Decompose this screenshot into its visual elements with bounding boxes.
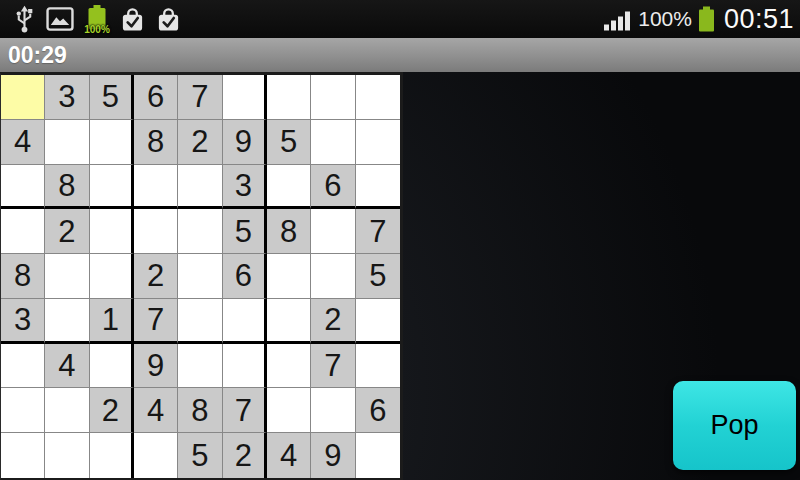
sudoku-cell-r8c7[interactable]: [267, 388, 311, 433]
sudoku-cell-r9c9[interactable]: [356, 433, 400, 478]
sudoku-cell-r6c6[interactable]: [223, 299, 267, 344]
sudoku-cell-r8c3[interactable]: 2: [90, 388, 134, 433]
sudoku-cell-r3c6[interactable]: 3: [223, 165, 267, 210]
screen: 100% 100%: [0, 0, 800, 480]
game-area: 356748295836258782653172497248765249 Pop: [0, 72, 800, 480]
sudoku-cell-r3c9[interactable]: [356, 165, 400, 210]
sudoku-cell-r7c9[interactable]: [356, 344, 400, 389]
battery-percent-text: 100%: [638, 7, 692, 31]
sudoku-cell-r2c4[interactable]: 8: [134, 120, 178, 165]
sudoku-cell-r6c4[interactable]: 7: [134, 299, 178, 344]
sudoku-cell-r7c6[interactable]: [223, 344, 267, 389]
sudoku-cell-r1c2[interactable]: 3: [45, 75, 89, 120]
sudoku-cell-r9c2[interactable]: [45, 433, 89, 478]
sudoku-cell-r2c6[interactable]: 9: [223, 120, 267, 165]
sudoku-cell-r2c7[interactable]: 5: [267, 120, 311, 165]
sudoku-cell-r5c1[interactable]: 8: [1, 254, 45, 299]
sudoku-cell-r6c3[interactable]: 1: [90, 299, 134, 344]
sudoku-cell-r9c3[interactable]: [90, 433, 134, 478]
sudoku-cell-r4c7[interactable]: 8: [267, 209, 311, 254]
sudoku-cell-r2c5[interactable]: 2: [178, 120, 222, 165]
bag-check-icon: [120, 6, 145, 32]
sudoku-cell-r3c1[interactable]: [1, 165, 45, 210]
gallery-icon: [46, 7, 74, 31]
battery-charging-icon: 100%: [85, 4, 109, 34]
sudoku-cell-r4c8[interactable]: [311, 209, 355, 254]
status-right-cluster: 100% 00:51: [604, 4, 794, 35]
timer-bar: 00:29: [0, 38, 800, 72]
sudoku-cell-r9c7[interactable]: 4: [267, 433, 311, 478]
sudoku-cell-r3c4[interactable]: [134, 165, 178, 210]
sudoku-cell-r1c7[interactable]: [267, 75, 311, 120]
sudoku-cell-r4c4[interactable]: [134, 209, 178, 254]
sudoku-cell-r4c2[interactable]: 2: [45, 209, 89, 254]
usb-icon: [14, 5, 35, 34]
sudoku-cell-r6c5[interactable]: [178, 299, 222, 344]
sudoku-cell-r1c1[interactable]: [1, 75, 45, 120]
sudoku-cell-r8c8[interactable]: [311, 388, 355, 433]
notification-icons: 100%: [14, 0, 181, 38]
sudoku-cell-r3c5[interactable]: [178, 165, 222, 210]
pop-button[interactable]: Pop: [673, 381, 796, 470]
sudoku-cell-r1c9[interactable]: [356, 75, 400, 120]
sudoku-cell-r2c9[interactable]: [356, 120, 400, 165]
sudoku-cell-r7c2[interactable]: 4: [45, 344, 89, 389]
sudoku-cell-r2c2[interactable]: [45, 120, 89, 165]
sudoku-cell-r7c5[interactable]: [178, 344, 222, 389]
battery-icon-label: 100%: [84, 24, 110, 35]
sudoku-cell-r6c7[interactable]: [267, 299, 311, 344]
sudoku-cell-r5c6[interactable]: 6: [223, 254, 267, 299]
status-bar: 100% 100%: [0, 0, 800, 38]
sudoku-cell-r7c3[interactable]: [90, 344, 134, 389]
sudoku-cell-r7c8[interactable]: 7: [311, 344, 355, 389]
sudoku-cell-r3c8[interactable]: 6: [311, 165, 355, 210]
sudoku-cell-r6c1[interactable]: 3: [1, 299, 45, 344]
sudoku-cell-r5c4[interactable]: 2: [134, 254, 178, 299]
sudoku-cell-r2c1[interactable]: 4: [1, 120, 45, 165]
sudoku-cell-r1c8[interactable]: [311, 75, 355, 120]
signal-strength-icon: [604, 7, 632, 31]
sudoku-cell-r5c2[interactable]: [45, 254, 89, 299]
sudoku-cell-r1c5[interactable]: 7: [178, 75, 222, 120]
sudoku-cell-r3c3[interactable]: [90, 165, 134, 210]
sudoku-cell-r5c5[interactable]: [178, 254, 222, 299]
sudoku-cell-r4c5[interactable]: [178, 209, 222, 254]
sudoku-cell-r2c8[interactable]: [311, 120, 355, 165]
sudoku-cell-r3c7[interactable]: [267, 165, 311, 210]
sudoku-cell-r1c4[interactable]: 6: [134, 75, 178, 120]
sudoku-board: 356748295836258782653172497248765249: [0, 72, 403, 480]
sudoku-cell-r8c2[interactable]: [45, 388, 89, 433]
sudoku-cell-r8c1[interactable]: [1, 388, 45, 433]
bag-check-icon: [156, 6, 181, 32]
sudoku-cell-r8c5[interactable]: 8: [178, 388, 222, 433]
sudoku-cell-r9c4[interactable]: [134, 433, 178, 478]
sudoku-cell-r8c4[interactable]: 4: [134, 388, 178, 433]
sudoku-cell-r6c9[interactable]: [356, 299, 400, 344]
sudoku-cell-r1c3[interactable]: 5: [90, 75, 134, 120]
sudoku-cell-r9c1[interactable]: [1, 433, 45, 478]
status-clock: 00:51: [724, 4, 794, 35]
sudoku-cell-r5c9[interactable]: 5: [356, 254, 400, 299]
sudoku-cell-r7c1[interactable]: [1, 344, 45, 389]
sudoku-cell-r6c8[interactable]: 2: [311, 299, 355, 344]
sudoku-cell-r5c7[interactable]: [267, 254, 311, 299]
sudoku-cell-r4c1[interactable]: [1, 209, 45, 254]
sudoku-cell-r5c8[interactable]: [311, 254, 355, 299]
sudoku-cell-r6c2[interactable]: [45, 299, 89, 344]
elapsed-timer: 00:29: [8, 42, 67, 69]
sudoku-cell-r9c8[interactable]: 9: [311, 433, 355, 478]
sudoku-cell-r8c6[interactable]: 7: [223, 388, 267, 433]
sudoku-cell-r4c9[interactable]: 7: [356, 209, 400, 254]
sudoku-cell-r4c3[interactable]: [90, 209, 134, 254]
sudoku-cell-r9c5[interactable]: 5: [178, 433, 222, 478]
sudoku-cell-r3c2[interactable]: 8: [45, 165, 89, 210]
battery-icon: [698, 6, 715, 32]
sudoku-cell-r2c3[interactable]: [90, 120, 134, 165]
sudoku-cell-r9c6[interactable]: 2: [223, 433, 267, 478]
sudoku-cell-r1c6[interactable]: [223, 75, 267, 120]
sudoku-cell-r8c9[interactable]: 6: [356, 388, 400, 433]
sudoku-cell-r4c6[interactable]: 5: [223, 209, 267, 254]
sudoku-cell-r5c3[interactable]: [90, 254, 134, 299]
sudoku-cell-r7c7[interactable]: [267, 344, 311, 389]
sudoku-cell-r7c4[interactable]: 9: [134, 344, 178, 389]
